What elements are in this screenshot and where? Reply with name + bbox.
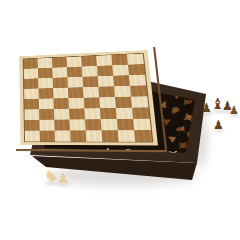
- board-square: [86, 130, 103, 141]
- board-square: [38, 78, 53, 89]
- loose-dark-piece-pawn: ♟: [213, 119, 224, 131]
- board-square: [118, 130, 136, 142]
- board-square: [133, 119, 151, 131]
- board-square: [38, 68, 53, 79]
- board-square: [128, 64, 145, 75]
- board-square: [52, 57, 67, 68]
- board-square: [84, 97, 100, 108]
- board-square: [24, 78, 39, 89]
- chess-set-product-photo: ♜♟♝♟♞♜♟♝♞♟♜♟♟♝♟♜♟♞♟♝♟♜♟♞ ♟♝♟♟♟♞♟: [0, 0, 240, 240]
- board-square: [81, 56, 97, 67]
- board-square: [85, 119, 102, 130]
- board-square: [53, 88, 68, 99]
- board-square: [97, 65, 113, 76]
- loose-dark-piece-pawn: ♟: [229, 105, 239, 116]
- board-square: [38, 88, 53, 99]
- board-square: [68, 98, 84, 109]
- board-square: [67, 77, 83, 88]
- board-square: [127, 54, 144, 65]
- board-square: [117, 119, 134, 130]
- board-square: [39, 109, 54, 120]
- board-square: [83, 87, 99, 98]
- chess-board: [14, 46, 165, 150]
- loose-light-piece-pawn: ♟: [57, 171, 70, 185]
- board-square: [69, 108, 85, 119]
- board-square: [129, 75, 146, 86]
- board-square: [113, 75, 130, 86]
- board-square: [39, 120, 54, 131]
- board-square: [25, 131, 40, 142]
- board-square: [52, 67, 67, 78]
- board-square: [134, 130, 152, 142]
- board-square: [101, 119, 118, 130]
- board-square: [116, 108, 133, 119]
- board-square: [54, 120, 70, 131]
- board-square: [66, 56, 81, 67]
- board-square: [96, 55, 112, 66]
- board-square: [111, 54, 128, 65]
- boxed-dark-piece: ♞: [170, 104, 182, 118]
- board-square: [82, 76, 98, 87]
- board-square: [69, 119, 85, 130]
- board-square: [39, 98, 54, 109]
- board-square: [82, 66, 98, 77]
- board-square: [98, 86, 115, 97]
- board-square: [131, 96, 149, 107]
- board-square: [115, 97, 132, 108]
- board-square: [100, 108, 117, 119]
- board-square: [114, 86, 131, 97]
- board-square: [67, 67, 82, 78]
- board-square: [112, 65, 129, 76]
- board-square: [53, 77, 68, 88]
- board-square: [24, 99, 39, 110]
- chess-board-grid: [23, 53, 154, 143]
- board-square: [102, 130, 119, 141]
- board-square: [54, 109, 70, 120]
- board-square: [38, 58, 53, 69]
- board-square: [98, 76, 114, 87]
- board-square: [68, 87, 84, 98]
- board-square: [130, 85, 147, 96]
- board-square: [99, 97, 116, 108]
- board-square: [24, 59, 38, 69]
- board-square: [24, 88, 39, 99]
- board-square: [70, 130, 86, 141]
- board-square: [24, 68, 38, 78]
- board-square: [25, 120, 40, 131]
- board-square: [55, 130, 71, 141]
- board-square: [24, 109, 39, 120]
- board-square: [53, 98, 68, 109]
- board-square: [132, 107, 150, 118]
- board-square: [84, 108, 100, 119]
- board-square: [40, 131, 55, 142]
